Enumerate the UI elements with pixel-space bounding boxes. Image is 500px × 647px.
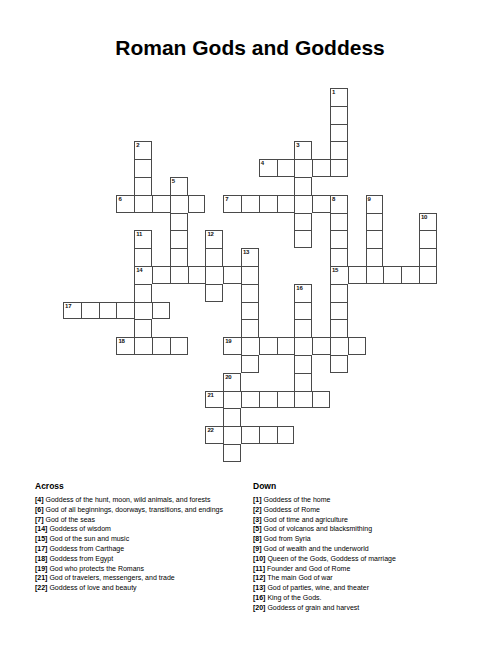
grid-cell[interactable] bbox=[294, 177, 312, 195]
clue-item: [10] Queen of the Gods, Goddess of marri… bbox=[253, 554, 493, 564]
clue-number: [12] bbox=[253, 574, 265, 581]
grid-cell[interactable] bbox=[223, 426, 241, 444]
grid-cell[interactable]: 3 bbox=[294, 141, 312, 159]
clue-item: [1] Goddess of the home bbox=[253, 495, 493, 505]
grid-cell[interactable] bbox=[205, 248, 223, 266]
cell-number: 1 bbox=[332, 89, 335, 96]
cell-number: 17 bbox=[65, 303, 71, 310]
clue-text: God from Syria bbox=[262, 535, 311, 542]
grid-cell[interactable] bbox=[99, 302, 117, 320]
grid-cell[interactable] bbox=[116, 302, 134, 320]
grid-cell[interactable] bbox=[294, 159, 312, 177]
grid-cell[interactable] bbox=[294, 373, 312, 391]
grid-cell[interactable] bbox=[152, 195, 170, 213]
clue-number: [18] bbox=[35, 555, 47, 562]
clue-number: [19] bbox=[35, 565, 47, 572]
grid-cell[interactable] bbox=[259, 426, 277, 444]
grid-cell[interactable] bbox=[241, 391, 259, 409]
grid-cell[interactable] bbox=[81, 302, 99, 320]
grid-cell[interactable] bbox=[134, 195, 152, 213]
clue-item: [16] King of the Gods. bbox=[253, 593, 493, 603]
clue-text: God of the seas bbox=[44, 516, 95, 523]
grid-cell[interactable] bbox=[170, 195, 188, 213]
across-header: Across bbox=[35, 481, 247, 491]
grid-cell[interactable] bbox=[152, 302, 170, 320]
clue-text: King of the Gods. bbox=[265, 594, 321, 601]
grid-cell[interactable] bbox=[188, 195, 206, 213]
grid-cell[interactable] bbox=[188, 266, 206, 284]
clue-number: [21] bbox=[35, 574, 47, 581]
grid-cell[interactable] bbox=[259, 391, 277, 409]
grid-cell[interactable]: 2 bbox=[134, 141, 152, 159]
grid-cell[interactable] bbox=[170, 266, 188, 284]
grid-cell[interactable] bbox=[277, 426, 295, 444]
clue-item: [11] Founder and God of Rome bbox=[253, 564, 493, 574]
clue-number: [10] bbox=[253, 555, 265, 562]
cell-number: 13 bbox=[243, 249, 249, 256]
grid-cell[interactable] bbox=[330, 302, 348, 320]
grid-cell[interactable] bbox=[152, 337, 170, 355]
grid-cell[interactable] bbox=[366, 213, 384, 231]
cell-number: 14 bbox=[136, 267, 142, 274]
clue-number: [17] bbox=[35, 545, 47, 552]
grid-cell[interactable] bbox=[312, 195, 330, 213]
cell-number: 4 bbox=[261, 160, 264, 167]
grid-cell[interactable] bbox=[259, 195, 277, 213]
clue-text: God of wealth and the underworld bbox=[262, 545, 369, 552]
cell-number: 2 bbox=[136, 142, 139, 149]
clue-text: Goddess of the home bbox=[262, 496, 331, 503]
grid-cell[interactable] bbox=[223, 444, 241, 462]
grid-cell[interactable] bbox=[277, 391, 295, 409]
grid-cell[interactable] bbox=[134, 319, 152, 337]
cell-number: 22 bbox=[207, 427, 213, 434]
grid-cell[interactable] bbox=[366, 248, 384, 266]
cell-number: 12 bbox=[207, 231, 213, 238]
clue-text: God of the sun and music bbox=[47, 535, 129, 542]
clue-item: [6] God of all beginnings, doorways, tra… bbox=[35, 505, 247, 515]
grid-cell[interactable] bbox=[241, 319, 259, 337]
clue-item: [22] Goddess of love and beauty bbox=[35, 583, 247, 593]
grid-cell[interactable]: 5 bbox=[170, 177, 188, 195]
clue-number: [5] bbox=[253, 525, 262, 532]
grid-cell[interactable] bbox=[223, 391, 241, 409]
grid-cell[interactable] bbox=[241, 355, 259, 373]
grid-cell[interactable] bbox=[170, 248, 188, 266]
cell-number: 8 bbox=[332, 196, 335, 203]
grid-cell[interactable]: 13 bbox=[241, 248, 259, 266]
grid-cell[interactable] bbox=[330, 159, 348, 177]
clue-text: Goddess of grain and harvest bbox=[265, 604, 359, 611]
cell-number: 20 bbox=[225, 374, 231, 381]
cell-number: 6 bbox=[118, 196, 121, 203]
clue-text: God of volcanos and blacksmithing bbox=[262, 525, 373, 532]
cell-number: 21 bbox=[207, 392, 213, 399]
cell-number: 18 bbox=[118, 338, 124, 345]
grid-cell[interactable] bbox=[330, 337, 348, 355]
clue-text: Goddess of the hunt, moon, wild animals,… bbox=[44, 496, 211, 503]
grid-cell[interactable]: 9 bbox=[366, 195, 384, 213]
grid-cell[interactable] bbox=[134, 159, 152, 177]
grid-cell[interactable] bbox=[241, 195, 259, 213]
grid-cell[interactable] bbox=[330, 230, 348, 248]
clue-number: [15] bbox=[35, 535, 47, 542]
clue-text: Goddess from Egypt bbox=[47, 555, 113, 562]
grid-cell[interactable]: 18 bbox=[116, 337, 134, 355]
grid-cell[interactable] bbox=[419, 266, 437, 284]
grid-cell[interactable] bbox=[205, 266, 223, 284]
cell-number: 11 bbox=[136, 231, 142, 238]
clue-text: Goddess of love and beauty bbox=[47, 584, 136, 591]
clue-number: [7] bbox=[35, 516, 44, 523]
clue-number: [11] bbox=[253, 565, 265, 572]
grid-cell[interactable] bbox=[383, 266, 401, 284]
down-clues-column: Down [1] Goddess of the home[2] Goddess … bbox=[253, 481, 493, 613]
clue-item: [2] Goddess of Rome bbox=[253, 505, 493, 515]
clue-number: [1] bbox=[253, 496, 262, 503]
grid-cell[interactable] bbox=[419, 248, 437, 266]
grid-cell[interactable] bbox=[170, 213, 188, 231]
cell-number: 5 bbox=[172, 178, 175, 185]
clue-text: God of all beginnings, doorways, transit… bbox=[44, 506, 223, 513]
grid-cell[interactable] bbox=[294, 302, 312, 320]
grid-cell[interactable] bbox=[134, 248, 152, 266]
grid-cell[interactable] bbox=[205, 284, 223, 302]
grid-cell[interactable] bbox=[312, 391, 330, 409]
across-clue-list: [4] Goddess of the hunt, moon, wild anim… bbox=[35, 495, 247, 593]
grid-cell[interactable] bbox=[241, 302, 259, 320]
clue-number: [3] bbox=[253, 516, 262, 523]
grid-cell[interactable] bbox=[134, 177, 152, 195]
clue-item: [7] God of the seas bbox=[35, 515, 247, 525]
clue-number: [16] bbox=[253, 594, 265, 601]
grid-cell[interactable] bbox=[330, 213, 348, 231]
grid-cell[interactable] bbox=[294, 230, 312, 248]
clue-text: The main God of war bbox=[265, 574, 332, 581]
grid-cell[interactable] bbox=[134, 302, 152, 320]
clue-number: [20] bbox=[253, 604, 265, 611]
clue-item: [13] God of parties, wine, and theater bbox=[253, 583, 493, 593]
grid-cell[interactable] bbox=[294, 337, 312, 355]
grid-cell[interactable]: 14 bbox=[134, 266, 152, 284]
grid-cell[interactable]: 12 bbox=[205, 230, 223, 248]
grid-cell[interactable] bbox=[330, 355, 348, 373]
clue-number: [14] bbox=[35, 525, 47, 532]
grid-cell[interactable] bbox=[294, 391, 312, 409]
clue-number: [9] bbox=[253, 545, 262, 552]
grid-cell[interactable]: 7 bbox=[223, 195, 241, 213]
grid-cell[interactable] bbox=[330, 106, 348, 124]
clue-item: [20] Goddess of grain and harvest bbox=[253, 603, 493, 613]
grid-cell[interactable] bbox=[241, 337, 259, 355]
clue-number: [13] bbox=[253, 584, 265, 591]
grid-cell[interactable] bbox=[419, 230, 437, 248]
clue-item: [12] The main God of war bbox=[253, 573, 493, 583]
cell-number: 16 bbox=[296, 285, 302, 292]
clue-number: [4] bbox=[35, 496, 44, 503]
grid-cell[interactable] bbox=[294, 319, 312, 337]
crossword-grid: 12345678910111213141516171819202122 bbox=[63, 88, 437, 462]
grid-cell[interactable] bbox=[330, 319, 348, 337]
clue-item: [9] God of wealth and the underworld bbox=[253, 544, 493, 554]
grid-cell[interactable]: 22 bbox=[205, 426, 223, 444]
cell-number: 3 bbox=[296, 142, 299, 149]
clue-item: [8] God from Syria bbox=[253, 534, 493, 544]
cell-number: 19 bbox=[225, 338, 231, 345]
grid-cell[interactable] bbox=[366, 230, 384, 248]
clue-text: God of parties, wine, and theater bbox=[265, 584, 369, 591]
grid-cell[interactable] bbox=[294, 355, 312, 373]
grid-cell[interactable] bbox=[134, 284, 152, 302]
clue-item: [3] God of time and agriculture bbox=[253, 515, 493, 525]
clue-text: Goddess of wisdom bbox=[47, 525, 110, 532]
cell-number: 15 bbox=[332, 267, 338, 274]
grid-cell[interactable] bbox=[366, 266, 384, 284]
grid-cell[interactable] bbox=[241, 426, 259, 444]
clue-number: [2] bbox=[253, 506, 262, 513]
clue-text: Queen of the Gods, Goddess of marriage bbox=[265, 555, 395, 562]
grid-cell[interactable] bbox=[277, 159, 295, 177]
grid-cell[interactable]: 15 bbox=[330, 266, 348, 284]
down-header: Down bbox=[253, 481, 493, 491]
clue-item: [19] God who protects the Romans bbox=[35, 564, 247, 574]
across-clues-column: Across [4] Goddess of the hunt, moon, wi… bbox=[35, 481, 247, 593]
grid-cell[interactable] bbox=[259, 337, 277, 355]
grid-cell[interactable] bbox=[330, 248, 348, 266]
grid-cell[interactable]: 10 bbox=[419, 213, 437, 231]
grid-cell[interactable] bbox=[152, 266, 170, 284]
grid-cell[interactable]: 4 bbox=[259, 159, 277, 177]
grid-cell[interactable] bbox=[277, 195, 295, 213]
grid-cell[interactable]: 21 bbox=[205, 391, 223, 409]
clue-item: [14] Goddess of wisdom bbox=[35, 524, 247, 534]
clue-text: God who protects the Romans bbox=[47, 565, 144, 572]
grid-cell[interactable] bbox=[277, 337, 295, 355]
grid-cell[interactable]: 16 bbox=[294, 284, 312, 302]
grid-cell[interactable] bbox=[330, 141, 348, 159]
clue-number: [8] bbox=[253, 535, 262, 542]
grid-cell[interactable] bbox=[170, 230, 188, 248]
grid-cell[interactable] bbox=[241, 284, 259, 302]
clue-item: [15] God of the sun and music bbox=[35, 534, 247, 544]
grid-cell[interactable] bbox=[330, 284, 348, 302]
clue-item: [4] Goddess of the hunt, moon, wild anim… bbox=[35, 495, 247, 505]
grid-cell[interactable] bbox=[348, 337, 366, 355]
clue-text: God of time and agriculture bbox=[262, 516, 348, 523]
grid-cell[interactable]: 19 bbox=[223, 337, 241, 355]
grid-cell[interactable]: 1 bbox=[330, 88, 348, 106]
grid-cell[interactable] bbox=[348, 266, 366, 284]
clue-item: [5] God of volcanos and blacksmithing bbox=[253, 524, 493, 534]
clue-number: [6] bbox=[35, 506, 44, 513]
clue-item: [21] God of travelers, messengers, and t… bbox=[35, 573, 247, 583]
grid-cell[interactable] bbox=[241, 266, 259, 284]
puzzle-title: Roman Gods and Goddess bbox=[0, 36, 500, 60]
cell-number: 7 bbox=[225, 196, 228, 203]
grid-cell[interactable] bbox=[134, 337, 152, 355]
grid-cell[interactable] bbox=[312, 159, 330, 177]
cell-number: 9 bbox=[368, 196, 371, 203]
grid-cell[interactable] bbox=[170, 337, 188, 355]
clue-item: [17] Goddess from Carthage bbox=[35, 544, 247, 554]
clue-text: Goddess from Carthage bbox=[47, 545, 124, 552]
grid-cell[interactable]: 8 bbox=[330, 195, 348, 213]
cell-number: 10 bbox=[421, 214, 427, 221]
grid-cell[interactable] bbox=[330, 124, 348, 142]
grid-cell[interactable]: 17 bbox=[63, 302, 81, 320]
grid-cell[interactable] bbox=[312, 337, 330, 355]
grid-cell[interactable] bbox=[223, 266, 241, 284]
grid-cell[interactable] bbox=[294, 195, 312, 213]
grid-cell[interactable]: 20 bbox=[223, 373, 241, 391]
grid-cell[interactable]: 6 bbox=[116, 195, 134, 213]
clue-number: [22] bbox=[35, 584, 47, 591]
grid-cell[interactable] bbox=[294, 213, 312, 231]
grid-cell[interactable] bbox=[223, 408, 241, 426]
clue-text: Founder and God of Rome bbox=[265, 565, 350, 572]
grid-cell[interactable] bbox=[401, 266, 419, 284]
clue-item: [18] Goddess from Egypt bbox=[35, 554, 247, 564]
down-clue-list: [1] Goddess of the home[2] Goddess of Ro… bbox=[253, 495, 493, 613]
clue-text: Goddess of Rome bbox=[262, 506, 320, 513]
clue-text: God of travelers, messengers, and trade bbox=[47, 574, 174, 581]
grid-cell[interactable]: 11 bbox=[134, 230, 152, 248]
